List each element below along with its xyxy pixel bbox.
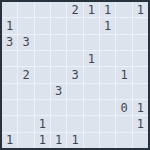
cell-r2c6[interactable] — [84, 18, 99, 33]
cell-r6c9[interactable] — [133, 84, 148, 99]
cell-r6c7[interactable] — [100, 84, 115, 99]
cell-r9c8[interactable] — [116, 133, 131, 148]
minesweeper-board: 211111331231301111111 — [0, 0, 150, 150]
cell-r1c1[interactable] — [2, 2, 17, 17]
cell-r9c5[interactable]: 1 — [67, 133, 82, 148]
cell-r1c8[interactable] — [116, 2, 131, 17]
cell-r4c4[interactable] — [51, 51, 66, 66]
cell-r5c5[interactable]: 3 — [67, 67, 82, 82]
cell-r6c4[interactable]: 3 — [51, 84, 66, 99]
cell-r4c8[interactable] — [116, 51, 131, 66]
cell-r4c1[interactable] — [2, 51, 17, 66]
cell-r3c2[interactable]: 3 — [18, 35, 33, 50]
cell-r7c5[interactable] — [67, 100, 82, 115]
cell-r6c6[interactable] — [84, 84, 99, 99]
cell-r6c8[interactable] — [116, 84, 131, 99]
cell-r1c6[interactable]: 1 — [84, 2, 99, 17]
cell-r1c3[interactable] — [35, 2, 50, 17]
cell-r5c7[interactable] — [100, 67, 115, 82]
cell-r3c9[interactable] — [133, 35, 148, 50]
cell-r5c3[interactable] — [35, 67, 50, 82]
cell-r9c6[interactable] — [84, 133, 99, 148]
cell-r3c3[interactable] — [35, 35, 50, 50]
cell-r2c8[interactable] — [116, 18, 131, 33]
cell-r2c2[interactable] — [18, 18, 33, 33]
cell-r7c6[interactable] — [84, 100, 99, 115]
cell-r5c8[interactable]: 1 — [116, 67, 131, 82]
cell-r2c1[interactable]: 1 — [2, 18, 17, 33]
cell-r7c4[interactable] — [51, 100, 66, 115]
cell-r3c6[interactable] — [84, 35, 99, 50]
cell-r9c9[interactable] — [133, 133, 148, 148]
cell-r1c7[interactable]: 1 — [100, 2, 115, 17]
cell-r4c7[interactable] — [100, 51, 115, 66]
cell-r9c3[interactable]: 1 — [35, 133, 50, 148]
cell-r4c2[interactable] — [18, 51, 33, 66]
cell-r2c7[interactable]: 1 — [100, 18, 115, 33]
cell-r5c6[interactable] — [84, 67, 99, 82]
cell-r5c4[interactable] — [51, 67, 66, 82]
cell-r7c1[interactable] — [2, 100, 17, 115]
cell-r7c8[interactable]: 0 — [116, 100, 131, 115]
cell-r2c4[interactable] — [51, 18, 66, 33]
cell-r8c1[interactable] — [2, 116, 17, 131]
cell-r7c9[interactable]: 1 — [133, 100, 148, 115]
cell-r9c4[interactable]: 1 — [51, 133, 66, 148]
cell-r5c9[interactable] — [133, 67, 148, 82]
cell-r2c3[interactable] — [35, 18, 50, 33]
cell-r8c4[interactable] — [51, 116, 66, 131]
cell-r3c7[interactable] — [100, 35, 115, 50]
cell-r3c5[interactable] — [67, 35, 82, 50]
cell-r8c3[interactable]: 1 — [35, 116, 50, 131]
cell-r8c9[interactable]: 1 — [133, 116, 148, 131]
cell-r6c5[interactable] — [67, 84, 82, 99]
cell-r1c9[interactable]: 1 — [133, 2, 148, 17]
cell-r5c2[interactable]: 2 — [18, 67, 33, 82]
cell-r4c9[interactable] — [133, 51, 148, 66]
cell-r9c2[interactable] — [18, 133, 33, 148]
cell-r1c5[interactable]: 2 — [67, 2, 82, 17]
cell-r4c3[interactable] — [35, 51, 50, 66]
cell-r7c7[interactable] — [100, 100, 115, 115]
cell-r8c6[interactable] — [84, 116, 99, 131]
cell-r3c8[interactable] — [116, 35, 131, 50]
cell-r7c2[interactable] — [18, 100, 33, 115]
cell-r5c1[interactable] — [2, 67, 17, 82]
cell-r6c2[interactable] — [18, 84, 33, 99]
cell-r6c3[interactable] — [35, 84, 50, 99]
cell-r4c6[interactable]: 1 — [84, 51, 99, 66]
cell-r1c4[interactable] — [51, 2, 66, 17]
cell-r2c5[interactable] — [67, 18, 82, 33]
cell-r1c2[interactable] — [18, 2, 33, 17]
cell-r6c1[interactable] — [2, 84, 17, 99]
cell-r8c2[interactable] — [18, 116, 33, 131]
cell-r2c9[interactable] — [133, 18, 148, 33]
cell-r8c8[interactable] — [116, 116, 131, 131]
cell-r3c1[interactable]: 3 — [2, 35, 17, 50]
cell-r9c1[interactable]: 1 — [2, 133, 17, 148]
cell-r8c5[interactable] — [67, 116, 82, 131]
cell-r8c7[interactable] — [100, 116, 115, 131]
cell-r4c5[interactable] — [67, 51, 82, 66]
cell-r7c3[interactable] — [35, 100, 50, 115]
cell-r3c4[interactable] — [51, 35, 66, 50]
cell-r9c7[interactable] — [100, 133, 115, 148]
